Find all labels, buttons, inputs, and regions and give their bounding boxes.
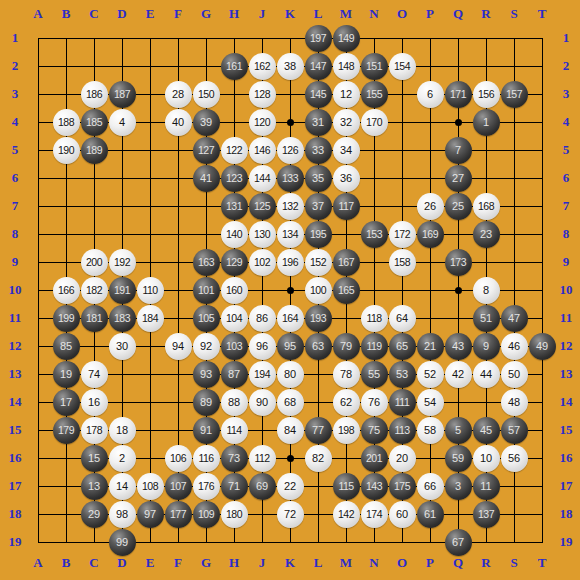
stone-N3[interactable]: 155 (361, 81, 388, 108)
stone-D19[interactable]: 99 (109, 529, 136, 556)
stone-L12[interactable]: 63 (305, 333, 332, 360)
stone-R10[interactable]: 8 (473, 277, 500, 304)
stone-O2[interactable]: 154 (389, 53, 416, 80)
stone-R18[interactable]: 137 (473, 501, 500, 528)
stone-D9[interactable]: 192 (109, 249, 136, 276)
stone-R11[interactable]: 51 (473, 305, 500, 332)
move-number: 2 (119, 453, 125, 464)
stone-P18[interactable]: 61 (417, 501, 444, 528)
stone-J16[interactable]: 112 (249, 445, 276, 472)
stone-F3[interactable]: 28 (165, 81, 192, 108)
move-number: 91 (200, 425, 212, 436)
move-number: 12 (340, 89, 352, 100)
stone-L4[interactable]: 31 (305, 109, 332, 136)
stone-K15[interactable]: 84 (277, 417, 304, 444)
stone-L9[interactable]: 152 (305, 249, 332, 276)
stone-S12[interactable]: 46 (501, 333, 528, 360)
move-number: 162 (254, 61, 270, 72)
stone-K13[interactable]: 80 (277, 361, 304, 388)
stone-O18[interactable]: 60 (389, 501, 416, 528)
move-number: 21 (424, 341, 436, 352)
move-number: 73 (228, 453, 240, 464)
move-number: 9 (483, 341, 489, 352)
stone-G5[interactable]: 127 (193, 137, 220, 164)
move-number: 173 (450, 257, 466, 268)
stone-L5[interactable]: 33 (305, 137, 332, 164)
move-number: 100 (310, 285, 326, 296)
stone-J7[interactable]: 125 (249, 193, 276, 220)
move-number: 37 (312, 201, 324, 212)
move-number: 93 (200, 369, 212, 380)
stone-H15[interactable]: 114 (221, 417, 248, 444)
column-label-top-F: F (174, 6, 182, 22)
stone-B10[interactable]: 166 (53, 277, 80, 304)
move-number: 72 (284, 509, 296, 520)
stone-C13[interactable]: 74 (81, 361, 108, 388)
stone-G3[interactable]: 150 (193, 81, 220, 108)
move-number: 3 (455, 481, 461, 492)
stone-P12[interactable]: 21 (417, 333, 444, 360)
stone-H6[interactable]: 123 (221, 165, 248, 192)
column-label-top-H: H (229, 6, 239, 22)
stone-M3[interactable]: 12 (333, 81, 360, 108)
stone-H10[interactable]: 160 (221, 277, 248, 304)
move-number: 180 (226, 509, 242, 520)
column-label-bottom-D: D (117, 555, 126, 571)
stone-C11[interactable]: 181 (81, 305, 108, 332)
stone-L11[interactable]: 193 (305, 305, 332, 332)
move-number: 67 (452, 537, 464, 548)
move-number: 39 (200, 117, 212, 128)
stone-B14[interactable]: 17 (53, 389, 80, 416)
row-label-right-4: 4 (563, 114, 570, 130)
stone-J11[interactable]: 86 (249, 305, 276, 332)
stone-K8[interactable]: 134 (277, 221, 304, 248)
stone-O16[interactable]: 20 (389, 445, 416, 472)
column-label-top-T: T (538, 6, 547, 22)
stone-M14[interactable]: 62 (333, 389, 360, 416)
stone-B15[interactable]: 179 (53, 417, 80, 444)
stone-S14[interactable]: 48 (501, 389, 528, 416)
stone-B11[interactable]: 199 (53, 305, 80, 332)
stone-P17[interactable]: 66 (417, 473, 444, 500)
stone-L2[interactable]: 147 (305, 53, 332, 80)
move-number: 128 (254, 89, 270, 100)
move-number: 113 (394, 425, 409, 436)
stone-J9[interactable]: 102 (249, 249, 276, 276)
move-number: 61 (424, 509, 436, 520)
stone-C15[interactable]: 178 (81, 417, 108, 444)
stone-J4[interactable]: 120 (249, 109, 276, 136)
move-number: 149 (338, 33, 354, 44)
stone-L1[interactable]: 197 (305, 25, 332, 52)
stone-R4[interactable]: 1 (473, 109, 500, 136)
row-label-left-11: 11 (9, 310, 21, 326)
move-number: 62 (340, 397, 352, 408)
stone-J14[interactable]: 90 (249, 389, 276, 416)
stone-D17[interactable]: 14 (109, 473, 136, 500)
stone-O11[interactable]: 64 (389, 305, 416, 332)
move-number: 133 (282, 173, 298, 184)
stone-M13[interactable]: 78 (333, 361, 360, 388)
stone-G14[interactable]: 89 (193, 389, 220, 416)
stone-C9[interactable]: 200 (81, 249, 108, 276)
move-number: 60 (396, 509, 408, 520)
stone-N18[interactable]: 174 (361, 501, 388, 528)
stone-C17[interactable]: 13 (81, 473, 108, 500)
stone-G18[interactable]: 109 (193, 501, 220, 528)
stone-M18[interactable]: 142 (333, 501, 360, 528)
stone-Q12[interactable]: 43 (445, 333, 472, 360)
stone-Q17[interactable]: 3 (445, 473, 472, 500)
stone-K14[interactable]: 68 (277, 389, 304, 416)
move-number: 116 (198, 453, 213, 464)
stone-G15[interactable]: 91 (193, 417, 220, 444)
row-label-left-19: 19 (9, 534, 22, 550)
move-number: 29 (88, 509, 100, 520)
row-label-right-16: 16 (560, 450, 573, 466)
stone-O12[interactable]: 65 (389, 333, 416, 360)
stone-J5[interactable]: 146 (249, 137, 276, 164)
stone-O9[interactable]: 158 (389, 249, 416, 276)
move-number: 194 (254, 369, 270, 380)
stone-F12[interactable]: 94 (165, 333, 192, 360)
stone-J3[interactable]: 128 (249, 81, 276, 108)
stone-O8[interactable]: 172 (389, 221, 416, 248)
stone-C16[interactable]: 15 (81, 445, 108, 472)
stone-P13[interactable]: 52 (417, 361, 444, 388)
move-number: 145 (310, 89, 326, 100)
move-number: 176 (198, 481, 214, 492)
move-number: 184 (142, 313, 158, 324)
move-number: 95 (284, 341, 296, 352)
move-number: 201 (366, 453, 382, 464)
stone-K2[interactable]: 38 (277, 53, 304, 80)
stone-L3[interactable]: 145 (305, 81, 332, 108)
move-number: 170 (366, 117, 382, 128)
column-label-top-Q: Q (453, 6, 463, 22)
move-number: 75 (368, 425, 380, 436)
stone-E10[interactable]: 110 (137, 277, 164, 304)
stone-G10[interactable]: 101 (193, 277, 220, 304)
stone-J13[interactable]: 194 (249, 361, 276, 388)
move-number: 115 (338, 481, 353, 492)
stone-F17[interactable]: 107 (165, 473, 192, 500)
stone-N12[interactable]: 119 (361, 333, 388, 360)
stone-N11[interactable]: 118 (361, 305, 388, 332)
stone-H18[interactable]: 180 (221, 501, 248, 528)
move-number: 127 (198, 145, 214, 156)
stone-M4[interactable]: 32 (333, 109, 360, 136)
stone-J2[interactable]: 162 (249, 53, 276, 80)
stone-R16[interactable]: 10 (473, 445, 500, 472)
stone-Q15[interactable]: 5 (445, 417, 472, 444)
move-number: 111 (395, 397, 409, 408)
stone-K9[interactable]: 196 (277, 249, 304, 276)
stone-L10[interactable]: 100 (305, 277, 332, 304)
stone-D16[interactable]: 2 (109, 445, 136, 472)
stone-G4[interactable]: 39 (193, 109, 220, 136)
stone-N16[interactable]: 201 (361, 445, 388, 472)
stone-K7[interactable]: 132 (277, 193, 304, 220)
column-label-bottom-H: H (229, 555, 239, 571)
stone-D15[interactable]: 18 (109, 417, 136, 444)
stone-L6[interactable]: 35 (305, 165, 332, 192)
stone-H12[interactable]: 103 (221, 333, 248, 360)
move-number: 188 (58, 117, 74, 128)
stone-Q7[interactable]: 25 (445, 193, 472, 220)
row-label-left-2: 2 (12, 58, 19, 74)
stone-H11[interactable]: 104 (221, 305, 248, 332)
move-number: 36 (340, 173, 352, 184)
stone-D18[interactable]: 98 (109, 501, 136, 528)
column-label-top-G: G (201, 6, 211, 22)
row-label-left-10: 10 (9, 282, 22, 298)
move-number: 7 (455, 145, 461, 156)
row-label-left-1: 1 (12, 30, 19, 46)
stone-P3[interactable]: 6 (417, 81, 444, 108)
stone-D12[interactable]: 30 (109, 333, 136, 360)
stone-E17[interactable]: 108 (137, 473, 164, 500)
stone-H9[interactable]: 129 (221, 249, 248, 276)
go-board[interactable]: 1234567891011121314151617181920212223252… (0, 0, 580, 580)
board-intersections[interactable]: 1234567891011121314151617181920212223252… (24, 24, 556, 556)
move-number: 148 (338, 61, 354, 72)
move-number: 182 (86, 285, 102, 296)
stone-R12[interactable]: 9 (473, 333, 500, 360)
stone-G9[interactable]: 163 (193, 249, 220, 276)
stone-O17[interactable]: 175 (389, 473, 416, 500)
move-number: 47 (508, 313, 520, 324)
move-number: 108 (142, 481, 158, 492)
move-number: 42 (452, 369, 464, 380)
move-number: 65 (396, 341, 408, 352)
stone-E18[interactable]: 97 (137, 501, 164, 528)
stone-G12[interactable]: 92 (193, 333, 220, 360)
stone-F16[interactable]: 106 (165, 445, 192, 472)
stone-M5[interactable]: 34 (333, 137, 360, 164)
stone-M6[interactable]: 36 (333, 165, 360, 192)
stone-H17[interactable]: 71 (221, 473, 248, 500)
stone-R13[interactable]: 44 (473, 361, 500, 388)
stone-J12[interactable]: 96 (249, 333, 276, 360)
move-number: 109 (198, 509, 214, 520)
stone-J17[interactable]: 69 (249, 473, 276, 500)
move-number: 185 (86, 117, 102, 128)
stone-H7[interactable]: 131 (221, 193, 248, 220)
stone-R17[interactable]: 11 (473, 473, 500, 500)
column-label-bottom-K: K (285, 555, 295, 571)
move-number: 41 (200, 173, 212, 184)
row-label-right-2: 2 (563, 58, 570, 74)
stone-D11[interactable]: 183 (109, 305, 136, 332)
stone-S11[interactable]: 47 (501, 305, 528, 332)
move-number: 167 (338, 257, 354, 268)
stone-J8[interactable]: 130 (249, 221, 276, 248)
move-number: 8 (483, 285, 489, 296)
stone-R7[interactable]: 168 (473, 193, 500, 220)
stone-P15[interactable]: 58 (417, 417, 444, 444)
stone-O14[interactable]: 111 (389, 389, 416, 416)
stone-G13[interactable]: 93 (193, 361, 220, 388)
move-number: 88 (228, 397, 240, 408)
stone-L7[interactable]: 37 (305, 193, 332, 220)
stone-L8[interactable]: 195 (305, 221, 332, 248)
row-label-right-9: 9 (563, 254, 570, 270)
move-number: 26 (424, 201, 436, 212)
stone-C18[interactable]: 29 (81, 501, 108, 528)
stone-S15[interactable]: 57 (501, 417, 528, 444)
stone-K17[interactable]: 22 (277, 473, 304, 500)
move-number: 6 (427, 89, 433, 100)
stone-Q5[interactable]: 7 (445, 137, 472, 164)
stone-C10[interactable]: 182 (81, 277, 108, 304)
stone-D4[interactable]: 4 (109, 109, 136, 136)
stone-M17[interactable]: 115 (333, 473, 360, 500)
stone-M2[interactable]: 148 (333, 53, 360, 80)
stone-C3[interactable]: 186 (81, 81, 108, 108)
stone-Q13[interactable]: 42 (445, 361, 472, 388)
stone-K18[interactable]: 72 (277, 501, 304, 528)
stone-N4[interactable]: 170 (361, 109, 388, 136)
move-number: 50 (508, 369, 520, 380)
stone-O13[interactable]: 53 (389, 361, 416, 388)
stone-D3[interactable]: 187 (109, 81, 136, 108)
move-number: 31 (312, 117, 324, 128)
row-label-right-5: 5 (563, 142, 570, 158)
move-number: 181 (86, 313, 102, 324)
move-number: 56 (508, 453, 520, 464)
stone-N14[interactable]: 76 (361, 389, 388, 416)
move-number: 191 (114, 285, 130, 296)
stone-R15[interactable]: 45 (473, 417, 500, 444)
stone-R3[interactable]: 156 (473, 81, 500, 108)
move-number: 192 (114, 257, 130, 268)
move-number: 112 (254, 453, 269, 464)
move-number: 86 (256, 313, 268, 324)
stone-B4[interactable]: 188 (53, 109, 80, 136)
stone-L16[interactable]: 82 (305, 445, 332, 472)
move-number: 32 (340, 117, 352, 128)
stone-L15[interactable]: 77 (305, 417, 332, 444)
stone-O15[interactable]: 113 (389, 417, 416, 444)
stone-Q3[interactable]: 171 (445, 81, 472, 108)
stone-M7[interactable]: 117 (333, 193, 360, 220)
stone-N13[interactable]: 55 (361, 361, 388, 388)
stone-M10[interactable]: 165 (333, 277, 360, 304)
stone-M15[interactable]: 198 (333, 417, 360, 444)
stone-E11[interactable]: 184 (137, 305, 164, 332)
move-number: 48 (508, 397, 520, 408)
stone-N15[interactable]: 75 (361, 417, 388, 444)
row-label-left-17: 17 (9, 478, 22, 494)
stone-H8[interactable]: 140 (221, 221, 248, 248)
stone-C4[interactable]: 185 (81, 109, 108, 136)
stone-F18[interactable]: 177 (165, 501, 192, 528)
stone-B5[interactable]: 190 (53, 137, 80, 164)
stone-Q16[interactable]: 59 (445, 445, 472, 472)
column-label-bottom-N: N (369, 555, 378, 571)
move-number: 153 (366, 229, 382, 240)
stone-T12[interactable]: 49 (529, 333, 556, 360)
stone-H16[interactable]: 73 (221, 445, 248, 472)
stone-B12[interactable]: 85 (53, 333, 80, 360)
stone-P7[interactable]: 26 (417, 193, 444, 220)
move-number: 20 (396, 453, 408, 464)
stone-H14[interactable]: 88 (221, 389, 248, 416)
move-number: 166 (58, 285, 74, 296)
move-number: 200 (86, 257, 102, 268)
move-number: 46 (508, 341, 520, 352)
stone-M9[interactable]: 167 (333, 249, 360, 276)
stone-Q19[interactable]: 67 (445, 529, 472, 556)
move-number: 54 (424, 397, 436, 408)
move-number: 189 (86, 145, 102, 156)
move-number: 163 (198, 257, 214, 268)
move-number: 28 (172, 89, 184, 100)
move-number: 114 (226, 425, 241, 436)
stone-Q6[interactable]: 27 (445, 165, 472, 192)
stone-K12[interactable]: 95 (277, 333, 304, 360)
move-number: 117 (338, 201, 353, 212)
stone-J6[interactable]: 144 (249, 165, 276, 192)
stone-C5[interactable]: 189 (81, 137, 108, 164)
column-label-top-E: E (146, 6, 155, 22)
stone-S13[interactable]: 50 (501, 361, 528, 388)
stone-S16[interactable]: 56 (501, 445, 528, 472)
stone-G16[interactable]: 116 (193, 445, 220, 472)
stone-N2[interactable]: 151 (361, 53, 388, 80)
stone-K11[interactable]: 164 (277, 305, 304, 332)
stone-H5[interactable]: 122 (221, 137, 248, 164)
stone-Q9[interactable]: 173 (445, 249, 472, 276)
stone-G17[interactable]: 176 (193, 473, 220, 500)
move-number: 140 (226, 229, 242, 240)
column-label-top-L: L (314, 6, 323, 22)
stone-B13[interactable]: 19 (53, 361, 80, 388)
move-number: 175 (394, 481, 410, 492)
stone-C14[interactable]: 16 (81, 389, 108, 416)
move-number: 152 (310, 257, 326, 268)
stone-S3[interactable]: 157 (501, 81, 528, 108)
move-number: 1 (483, 117, 489, 128)
row-label-left-9: 9 (12, 254, 19, 270)
stone-G6[interactable]: 41 (193, 165, 220, 192)
stone-D10[interactable]: 191 (109, 277, 136, 304)
column-label-bottom-R: R (481, 555, 490, 571)
star-point-K10 (287, 287, 294, 294)
move-number: 151 (366, 61, 382, 72)
stone-H13[interactable]: 87 (221, 361, 248, 388)
stone-R8[interactable]: 23 (473, 221, 500, 248)
stone-M1[interactable]: 149 (333, 25, 360, 52)
stone-K5[interactable]: 126 (277, 137, 304, 164)
move-number: 78 (340, 369, 352, 380)
move-number: 90 (256, 397, 268, 408)
stone-H2[interactable]: 161 (221, 53, 248, 80)
stone-K6[interactable]: 133 (277, 165, 304, 192)
stone-G11[interactable]: 105 (193, 305, 220, 332)
stone-P14[interactable]: 54 (417, 389, 444, 416)
move-number: 146 (254, 145, 270, 156)
stone-M12[interactable]: 79 (333, 333, 360, 360)
stone-F4[interactable]: 40 (165, 109, 192, 136)
star-point-K4 (287, 119, 294, 126)
move-number: 160 (226, 285, 242, 296)
stone-N8[interactable]: 153 (361, 221, 388, 248)
stone-N17[interactable]: 143 (361, 473, 388, 500)
stone-P8[interactable]: 169 (417, 221, 444, 248)
